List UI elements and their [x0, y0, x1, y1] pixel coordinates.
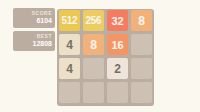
tile-16: 16 — [107, 34, 128, 55]
cell-empty-r3c4 — [131, 58, 152, 79]
2048-app: SCORE 6104 BEST 12808 512256328481642 — [0, 0, 200, 112]
cell-empty-r2c4 — [131, 34, 152, 55]
game-board[interactable]: 512256328481642 — [57, 9, 154, 106]
tile-8: 8 — [131, 10, 152, 31]
tile-256: 256 — [83, 10, 104, 31]
tile-8: 8 — [83, 34, 104, 55]
cell-empty-r4c1 — [59, 82, 80, 103]
scoreboard: SCORE 6104 BEST 12808 — [13, 8, 55, 51]
score-label: SCORE — [16, 10, 52, 17]
cell-empty-r3c2 — [83, 58, 104, 79]
cell-empty-r4c4 — [131, 82, 152, 103]
tile-4: 4 — [59, 34, 80, 55]
best-box: BEST 12808 — [13, 31, 55, 51]
cell-empty-r4c3 — [107, 82, 128, 103]
tile-512: 512 — [59, 10, 80, 31]
score-value: 6104 — [16, 17, 52, 25]
tile-2: 2 — [107, 58, 128, 79]
best-value: 12808 — [16, 40, 52, 48]
tile-32: 32 — [107, 10, 128, 31]
tile-4: 4 — [59, 58, 80, 79]
score-box: SCORE 6104 — [13, 8, 55, 28]
best-label: BEST — [16, 33, 52, 40]
cell-empty-r4c2 — [83, 82, 104, 103]
